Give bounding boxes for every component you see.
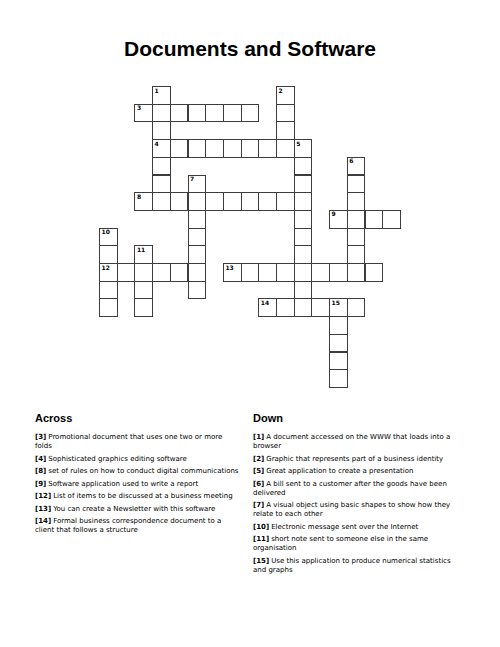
grid-cell-r12c12[interactable] <box>311 298 330 317</box>
grid-cell-r10c12[interactable] <box>311 263 330 282</box>
grid-cell-r2c3[interactable] <box>152 121 171 140</box>
cell-number-15: 15 <box>332 300 340 306</box>
clue-across-13: [13]You can create a Newsletter with thi… <box>35 505 240 514</box>
grid-cell-r13c13[interactable] <box>329 316 348 335</box>
grid-cell-r8c14[interactable] <box>347 228 366 247</box>
grid-cell-r6c6[interactable] <box>205 192 224 211</box>
grid-cell-r12c9[interactable]: 14 <box>258 298 277 317</box>
clue-text-down-2: Graphic that represents part of a busine… <box>266 455 443 463</box>
grid-cell-r6c9[interactable] <box>258 192 277 211</box>
clue-down-11: [11]short note sent to someone else in t… <box>253 535 463 553</box>
cell-number-13: 13 <box>225 265 233 271</box>
grid-cell-r6c2[interactable]: 8 <box>134 192 153 211</box>
grid-cell-r10c4[interactable] <box>170 263 189 282</box>
grid-cell-r4c3[interactable] <box>152 157 171 176</box>
clue-number-down-2: [2] <box>253 455 266 463</box>
grid-cell-r5c11[interactable] <box>294 175 313 194</box>
grid-cell-r14c13[interactable] <box>329 334 348 353</box>
grid-cell-r10c10[interactable] <box>276 263 295 282</box>
cell-number-11: 11 <box>137 247 145 253</box>
clue-number-across-8: [8] <box>35 467 48 475</box>
grid-cell-r7c13[interactable]: 9 <box>329 210 348 229</box>
down-header: Down <box>253 412 463 425</box>
grid-cell-r10c15[interactable] <box>365 263 384 282</box>
across-clues-section: Across [3]Promotional document that uses… <box>35 412 240 539</box>
clue-down-15: [15]Use this application to produce nume… <box>253 557 463 575</box>
grid-cell-r3c10[interactable] <box>276 139 295 158</box>
grid-cell-r3c7[interactable] <box>223 139 242 158</box>
grid-cell-r7c14[interactable] <box>347 210 366 229</box>
grid-cell-r1c10[interactable] <box>276 104 295 123</box>
grid-cell-r2c10[interactable] <box>276 121 295 140</box>
grid-cell-r10c3[interactable] <box>152 263 171 282</box>
clue-number-down-5: [5] <box>253 467 266 475</box>
clue-number-across-9: [9] <box>35 480 48 488</box>
grid-cell-r15c13[interactable] <box>329 352 348 371</box>
clue-across-14: [14]Formal business correspondence docum… <box>35 517 240 535</box>
clue-across-3: [3]Promotional document that uses one tw… <box>35 433 240 451</box>
clue-across-4: [4]Sophisticated graphics editing softwa… <box>35 455 240 464</box>
clue-text-across-12: List of items to be discussed at a busin… <box>53 492 232 500</box>
clue-across-9: [9]Software application used to write a … <box>35 480 240 489</box>
across-clue-list: [3]Promotional document that uses one tw… <box>35 433 240 535</box>
clue-text-across-14: Formal business correspondence document … <box>35 517 221 534</box>
grid-cell-r6c3[interactable] <box>152 192 171 211</box>
grid-cell-r1c7[interactable] <box>223 104 242 123</box>
grid-cell-r6c11[interactable] <box>294 192 313 211</box>
grid-cell-r4c14[interactable]: 6 <box>347 157 366 176</box>
grid-cell-r10c1[interactable] <box>117 263 136 282</box>
clue-number-down-6: [6] <box>253 480 266 488</box>
clue-number-across-14: [14] <box>35 517 53 525</box>
clue-number-down-10: [10] <box>253 523 271 531</box>
grid-cell-r10c0[interactable]: 12 <box>99 263 118 282</box>
clue-down-2: [2]Graphic that represents part of a bus… <box>253 455 463 464</box>
clue-down-1: [1]A document accessed on the WWW that l… <box>253 433 463 451</box>
grid-cell-r5c3[interactable] <box>152 175 171 194</box>
clue-down-6: [6]A bill sent to a customer after the g… <box>253 480 463 498</box>
grid-cell-r5c14[interactable] <box>347 175 366 194</box>
grid-cell-r8c5[interactable] <box>188 228 207 247</box>
grid-cell-r9c2[interactable]: 11 <box>134 245 153 264</box>
clue-text-down-5: Great application to create a presentati… <box>266 467 413 475</box>
grid-cell-r10c9[interactable] <box>258 263 277 282</box>
cell-number-3: 3 <box>137 105 141 111</box>
grid-cell-r1c5[interactable] <box>188 104 207 123</box>
clue-number-down-15: [15] <box>253 557 271 565</box>
clue-across-8: [8]set of rules on how to conduct digita… <box>35 467 240 476</box>
puzzle-title: Documents and Software <box>0 38 500 59</box>
clue-number-across-13: [13] <box>35 505 53 513</box>
grid-cell-r10c7[interactable]: 13 <box>223 263 242 282</box>
grid-cell-r12c13[interactable]: 15 <box>329 298 348 317</box>
grid-cell-r7c15[interactable] <box>365 210 384 229</box>
clue-number-across-3: [3] <box>35 433 48 441</box>
grid-cell-r3c9[interactable] <box>258 139 277 158</box>
grid-cell-r12c11[interactable] <box>294 298 313 317</box>
cell-number-12: 12 <box>102 265 110 271</box>
grid-cell-r0c10[interactable]: 2 <box>276 86 295 105</box>
grid-cell-r3c4[interactable] <box>170 139 189 158</box>
clue-text-down-15: Use this application to produce numerica… <box>253 557 451 574</box>
cell-number-8: 8 <box>137 194 141 200</box>
grid-cell-r12c10[interactable] <box>276 298 295 317</box>
grid-cell-r11c0[interactable] <box>99 281 118 300</box>
grid-cell-r9c11[interactable] <box>294 245 313 264</box>
grid-cell-r1c4[interactable] <box>170 104 189 123</box>
grid-cell-r8c11[interactable] <box>294 228 313 247</box>
grid-cell-r7c11[interactable] <box>294 210 313 229</box>
grid-cell-r10c8[interactable] <box>241 263 260 282</box>
clue-text-down-10: Electronic message sent over the Interne… <box>271 523 418 531</box>
grid-cell-r9c5[interactable] <box>188 245 207 264</box>
clue-number-down-1: [1] <box>253 433 266 441</box>
cell-number-7: 7 <box>190 176 194 182</box>
grid-cell-r1c3[interactable] <box>152 104 171 123</box>
clue-down-10: [10]Electronic message sent over the Int… <box>253 523 463 532</box>
clue-text-across-3: Promotional document that uses one two o… <box>35 433 222 450</box>
cell-number-9: 9 <box>332 211 336 217</box>
grid-cell-r1c2[interactable]: 3 <box>134 104 153 123</box>
clue-across-12: [12]List of items to be discussed at a b… <box>35 492 240 501</box>
grid-cell-r10c5[interactable] <box>188 263 207 282</box>
grid-cell-r12c2[interactable] <box>134 298 153 317</box>
grid-cell-r11c11[interactable] <box>294 281 313 300</box>
clue-number-across-4: [4] <box>35 455 48 463</box>
grid-cell-r3c3[interactable]: 4 <box>152 139 171 158</box>
down-clue-list: [1]A document accessed on the WWW that l… <box>253 433 463 575</box>
clue-down-7: [7]A visual object using basic shapes to… <box>253 501 463 519</box>
down-clues-section: Down [1]A document accessed on the WWW t… <box>253 412 463 578</box>
clue-text-across-4: Sophisticated graphics editing software <box>48 455 186 463</box>
cell-number-10: 10 <box>102 229 110 235</box>
grid-cell-r11c2[interactable] <box>134 281 153 300</box>
grid-cell-r3c6[interactable] <box>205 139 224 158</box>
grid-cell-r3c8[interactable] <box>241 139 260 158</box>
grid-cell-r1c8[interactable] <box>241 104 260 123</box>
across-header: Across <box>35 412 240 425</box>
cell-number-14: 14 <box>261 300 269 306</box>
cell-number-1: 1 <box>155 88 159 94</box>
grid-cell-r10c14[interactable] <box>347 263 366 282</box>
clue-text-down-6: A bill sent to a customer after the good… <box>253 480 447 497</box>
grid-cell-r3c11[interactable]: 5 <box>294 139 313 158</box>
clue-number-down-7: [7] <box>253 501 266 509</box>
cell-number-5: 5 <box>296 141 300 147</box>
clue-text-down-7: A visual object using basic shapes to sh… <box>253 501 450 518</box>
grid-cell-r6c7[interactable] <box>223 192 242 211</box>
clue-text-across-8: set of rules on how to conduct digital c… <box>48 467 238 475</box>
grid-cell-r3c5[interactable] <box>188 139 207 158</box>
grid-cell-r16c13[interactable] <box>329 369 348 388</box>
grid-cell-r10c11[interactable] <box>294 263 313 282</box>
grid-cell-r6c14[interactable] <box>347 192 366 211</box>
clue-text-across-9: Software application used to write a rep… <box>48 480 198 488</box>
clue-number-down-11: [11] <box>253 535 271 543</box>
grid-cell-r12c14[interactable] <box>347 298 366 317</box>
clue-text-across-13: You can create a Newsletter with this so… <box>53 505 215 513</box>
clue-down-5: [5]Great application to create a present… <box>253 467 463 476</box>
grid-cell-r10c2[interactable] <box>134 263 153 282</box>
crossword-page: Documents and Software 12345678910111213… <box>0 0 500 647</box>
grid-cell-r6c8[interactable] <box>241 192 260 211</box>
clue-text-down-11: short note sent to someone else in the s… <box>253 535 428 552</box>
grid-cell-r11c5[interactable] <box>188 281 207 300</box>
cell-number-2: 2 <box>279 88 283 94</box>
grid-cell-r9c0[interactable] <box>99 245 118 264</box>
grid-cell-r7c16[interactable] <box>382 210 401 229</box>
clue-number-across-12: [12] <box>35 492 53 500</box>
grid-cell-r6c10[interactable] <box>276 192 295 211</box>
grid-cell-r1c6[interactable] <box>205 104 224 123</box>
grid-cell-r10c13[interactable] <box>329 263 348 282</box>
grid-cell-r7c5[interactable] <box>188 210 207 229</box>
grid-cell-r9c14[interactable] <box>347 245 366 264</box>
grid-cell-r6c5[interactable] <box>188 192 207 211</box>
grid-cell-r12c0[interactable] <box>99 298 118 317</box>
grid-cell-r4c11[interactable] <box>294 157 313 176</box>
grid-cell-r5c5[interactable]: 7 <box>188 175 207 194</box>
grid-cell-r0c3[interactable]: 1 <box>152 86 171 105</box>
cell-number-4: 4 <box>155 141 159 147</box>
crossword-grid: 123456789101112131415 <box>99 86 402 389</box>
clue-text-down-1: A document accessed on the WWW that load… <box>253 433 450 450</box>
cell-number-6: 6 <box>349 158 353 164</box>
grid-cell-r6c4[interactable] <box>170 192 189 211</box>
grid-cell-r8c0[interactable]: 10 <box>99 228 118 247</box>
